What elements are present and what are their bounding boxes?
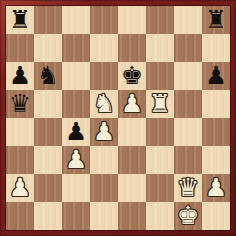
square-c6[interactable]	[62, 62, 90, 90]
square-d8[interactable]	[90, 6, 118, 34]
white-pawn[interactable]: ♟	[9, 174, 31, 202]
square-a5[interactable]: ♛	[6, 90, 34, 118]
square-h4[interactable]	[202, 118, 230, 146]
square-d6[interactable]	[90, 62, 118, 90]
square-c1[interactable]	[62, 202, 90, 230]
white-pawn[interactable]: ♟	[93, 118, 115, 146]
square-a3[interactable]	[6, 146, 34, 174]
square-c3[interactable]: ♟	[62, 146, 90, 174]
square-a6[interactable]: ♟	[6, 62, 34, 90]
black-king[interactable]: ♚	[121, 62, 143, 90]
square-h5[interactable]	[202, 90, 230, 118]
white-pawn[interactable]: ♟	[65, 146, 87, 174]
square-e3[interactable]	[118, 146, 146, 174]
square-b7[interactable]	[34, 34, 62, 62]
square-c5[interactable]	[62, 90, 90, 118]
square-e1[interactable]	[118, 202, 146, 230]
square-b8[interactable]	[34, 6, 62, 34]
square-g4[interactable]	[174, 118, 202, 146]
chess-board: ♜♜♟♞♚♟♛♞♟♜♟♟♟♟♛♟♚	[6, 6, 230, 230]
square-f1[interactable]	[146, 202, 174, 230]
square-a2[interactable]: ♟	[6, 174, 34, 202]
square-a8[interactable]: ♜	[6, 6, 34, 34]
square-e2[interactable]	[118, 174, 146, 202]
square-g1[interactable]: ♚	[174, 202, 202, 230]
square-g8[interactable]	[174, 6, 202, 34]
square-g5[interactable]	[174, 90, 202, 118]
square-c8[interactable]	[62, 6, 90, 34]
square-e8[interactable]	[118, 6, 146, 34]
square-e6[interactable]: ♚	[118, 62, 146, 90]
square-f4[interactable]	[146, 118, 174, 146]
square-d3[interactable]	[90, 146, 118, 174]
square-f6[interactable]	[146, 62, 174, 90]
square-d1[interactable]	[90, 202, 118, 230]
black-knight[interactable]: ♞	[37, 62, 59, 90]
square-g2[interactable]: ♛	[174, 174, 202, 202]
black-pawn[interactable]: ♟	[205, 62, 227, 90]
white-rook[interactable]: ♜	[149, 90, 171, 118]
square-d4[interactable]: ♟	[90, 118, 118, 146]
black-pawn[interactable]: ♟	[9, 62, 31, 90]
square-a4[interactable]	[6, 118, 34, 146]
square-d5[interactable]: ♞	[90, 90, 118, 118]
square-a1[interactable]	[6, 202, 34, 230]
square-f7[interactable]	[146, 34, 174, 62]
square-d7[interactable]	[90, 34, 118, 62]
square-f2[interactable]	[146, 174, 174, 202]
square-h6[interactable]: ♟	[202, 62, 230, 90]
board-frame: ♜♜♟♞♚♟♛♞♟♜♟♟♟♟♛♟♚	[0, 0, 236, 236]
black-queen[interactable]: ♛	[9, 90, 31, 118]
square-b6[interactable]: ♞	[34, 62, 62, 90]
white-pawn[interactable]: ♟	[205, 174, 227, 202]
square-e4[interactable]	[118, 118, 146, 146]
black-pawn[interactable]: ♟	[65, 118, 87, 146]
square-h3[interactable]	[202, 146, 230, 174]
square-c2[interactable]	[62, 174, 90, 202]
square-g7[interactable]	[174, 34, 202, 62]
square-e7[interactable]	[118, 34, 146, 62]
white-knight[interactable]: ♞	[93, 90, 115, 118]
square-b2[interactable]	[34, 174, 62, 202]
square-b4[interactable]	[34, 118, 62, 146]
white-king[interactable]: ♚	[177, 202, 199, 230]
square-h8[interactable]: ♜	[202, 6, 230, 34]
square-b5[interactable]	[34, 90, 62, 118]
black-rook[interactable]: ♜	[205, 6, 227, 34]
square-e5[interactable]: ♟	[118, 90, 146, 118]
square-g3[interactable]	[174, 146, 202, 174]
square-h1[interactable]	[202, 202, 230, 230]
white-pawn[interactable]: ♟	[121, 90, 143, 118]
square-f8[interactable]	[146, 6, 174, 34]
square-h2[interactable]: ♟	[202, 174, 230, 202]
square-d2[interactable]	[90, 174, 118, 202]
square-f3[interactable]	[146, 146, 174, 174]
square-b1[interactable]	[34, 202, 62, 230]
black-rook[interactable]: ♜	[9, 6, 31, 34]
square-b3[interactable]	[34, 146, 62, 174]
square-g6[interactable]	[174, 62, 202, 90]
square-c4[interactable]: ♟	[62, 118, 90, 146]
square-c7[interactable]	[62, 34, 90, 62]
square-f5[interactable]: ♜	[146, 90, 174, 118]
square-a7[interactable]	[6, 34, 34, 62]
white-queen[interactable]: ♛	[177, 174, 199, 202]
square-h7[interactable]	[202, 34, 230, 62]
